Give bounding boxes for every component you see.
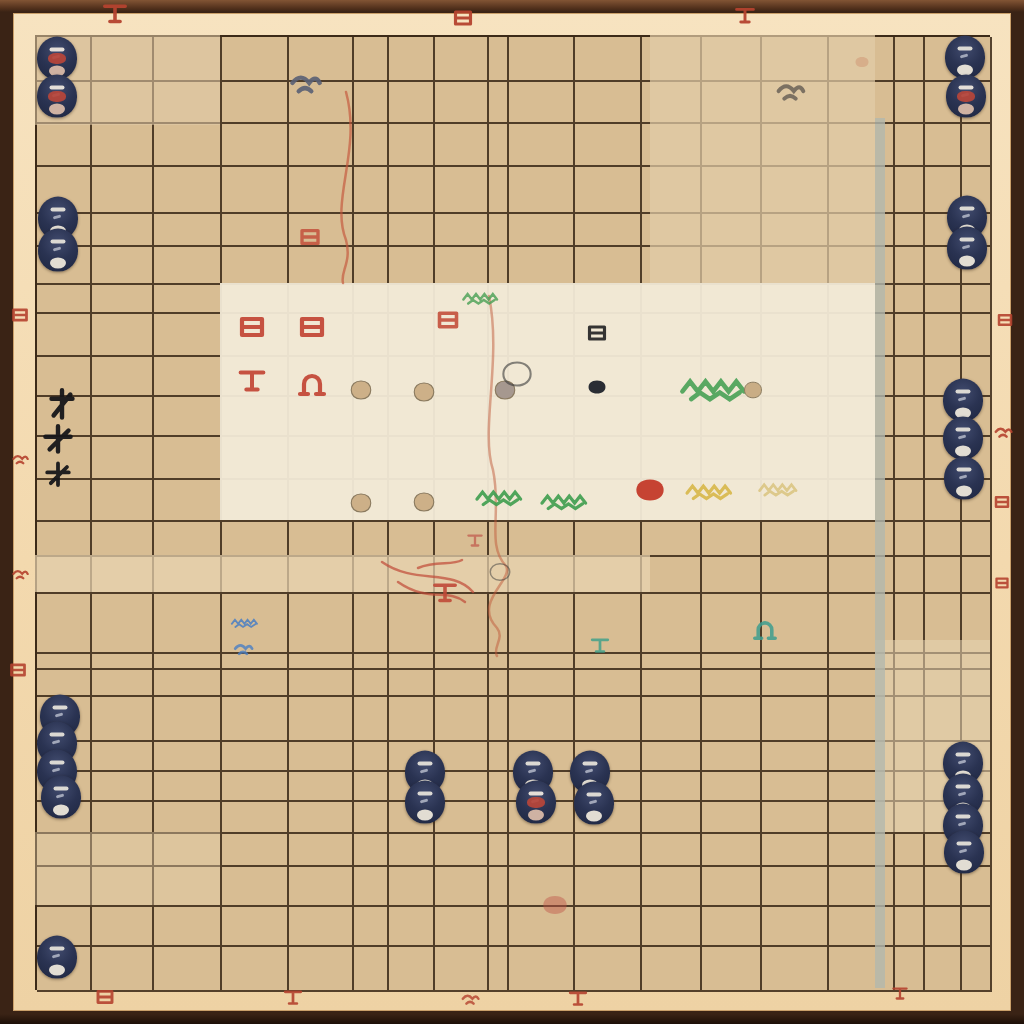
- board-cell[interactable]: [762, 357, 829, 397]
- board-cell[interactable]: [154, 314, 222, 357]
- board-cell[interactable]: [489, 654, 509, 670]
- board-cell[interactable]: [702, 437, 762, 480]
- board-cell[interactable]: [642, 867, 702, 907]
- board-cell[interactable]: [435, 907, 489, 947]
- board-cell[interactable]: [925, 670, 962, 697]
- board-cell[interactable]: [435, 594, 489, 654]
- board-cell[interactable]: [435, 214, 489, 247]
- board-cell[interactable]: [702, 654, 762, 670]
- board-cell[interactable]: [154, 742, 222, 772]
- board-cell[interactable]: [509, 557, 575, 594]
- board-cell[interactable]: [509, 247, 575, 285]
- board-cell[interactable]: [762, 82, 829, 124]
- board-cell[interactable]: [37, 557, 92, 594]
- board-cell[interactable]: [642, 214, 702, 247]
- board-cell[interactable]: [575, 214, 642, 247]
- board-cell[interactable]: [895, 867, 925, 907]
- board-cell[interactable]: [829, 214, 895, 247]
- board-cell[interactable]: [702, 907, 762, 947]
- board-cell[interactable]: [962, 670, 992, 697]
- board-cell[interactable]: [509, 867, 575, 907]
- stone[interactable]: [945, 36, 985, 79]
- board-cell[interactable]: [389, 947, 435, 992]
- board-cell[interactable]: [702, 82, 762, 124]
- board-cell[interactable]: [154, 654, 222, 670]
- board-cell[interactable]: [829, 802, 895, 834]
- board-cell[interactable]: [435, 557, 489, 594]
- board-cell[interactable]: [642, 314, 702, 357]
- board-cell[interactable]: [642, 670, 702, 697]
- board-cell[interactable]: [354, 907, 389, 947]
- board-cell[interactable]: [895, 947, 925, 992]
- board-cell[interactable]: [354, 670, 389, 697]
- board-cell[interactable]: [829, 654, 895, 670]
- board-cell[interactable]: [642, 37, 702, 82]
- board-cell[interactable]: [222, 37, 289, 82]
- board-cell[interactable]: [702, 802, 762, 834]
- stone[interactable]: [943, 417, 983, 460]
- board-cell[interactable]: [895, 742, 925, 772]
- board-cell[interactable]: [575, 167, 642, 214]
- board-cell[interactable]: [489, 285, 509, 314]
- board-cell[interactable]: [489, 124, 509, 167]
- board-cell[interactable]: [435, 82, 489, 124]
- board-cell[interactable]: [435, 437, 489, 480]
- stone[interactable]: [41, 776, 81, 819]
- board-cell[interactable]: [895, 834, 925, 867]
- board-cell[interactable]: [895, 214, 925, 247]
- board-cell[interactable]: [354, 654, 389, 670]
- board-cell[interactable]: [642, 437, 702, 480]
- board-cell[interactable]: [509, 594, 575, 654]
- board-cell[interactable]: [37, 285, 92, 314]
- board-cell[interactable]: [702, 480, 762, 522]
- board-cell[interactable]: [575, 522, 642, 557]
- board-cell[interactable]: [762, 867, 829, 907]
- board-cell[interactable]: [509, 397, 575, 437]
- board-cell[interactable]: [509, 314, 575, 357]
- board-cell[interactable]: [962, 557, 992, 594]
- board-cell[interactable]: [509, 285, 575, 314]
- board-cell[interactable]: [389, 247, 435, 285]
- board-cell[interactable]: [895, 480, 925, 522]
- board-cell[interactable]: [222, 357, 289, 397]
- board-cell[interactable]: [222, 834, 289, 867]
- board-cell[interactable]: [435, 285, 489, 314]
- board-cell[interactable]: [92, 285, 154, 314]
- stone[interactable]: [37, 75, 77, 118]
- board-cell[interactable]: [435, 397, 489, 437]
- board-cell[interactable]: [925, 867, 962, 907]
- board-cell[interactable]: [354, 522, 389, 557]
- board-cell[interactable]: [762, 397, 829, 437]
- board-cell[interactable]: [925, 314, 962, 357]
- board-cell[interactable]: [925, 594, 962, 654]
- board-cell[interactable]: [575, 82, 642, 124]
- board-cell[interactable]: [222, 670, 289, 697]
- board-cell[interactable]: [642, 654, 702, 670]
- board-cell[interactable]: [154, 867, 222, 907]
- board-cell[interactable]: [829, 594, 895, 654]
- board-cell[interactable]: [762, 437, 829, 480]
- board-cell[interactable]: [642, 480, 702, 522]
- board-cell[interactable]: [762, 480, 829, 522]
- board-cell[interactable]: [389, 285, 435, 314]
- board-cell[interactable]: [962, 522, 992, 557]
- board-cell[interactable]: [92, 670, 154, 697]
- board-cell[interactable]: [222, 654, 289, 670]
- board-cell[interactable]: [289, 947, 354, 992]
- board-cell[interactable]: [92, 654, 154, 670]
- board-cell[interactable]: [642, 124, 702, 167]
- board-cell[interactable]: [489, 697, 509, 742]
- board-cell[interactable]: [489, 947, 509, 992]
- board-cell[interactable]: [489, 214, 509, 247]
- board-cell[interactable]: [222, 772, 289, 802]
- board-cell[interactable]: [895, 437, 925, 480]
- board-cell[interactable]: [289, 285, 354, 314]
- board-cell[interactable]: [829, 124, 895, 167]
- board-cell[interactable]: [962, 124, 992, 167]
- board-cell[interactable]: [762, 834, 829, 867]
- board-cell[interactable]: [762, 557, 829, 594]
- board-cell[interactable]: [154, 594, 222, 654]
- board-cell[interactable]: [829, 697, 895, 742]
- board-cell[interactable]: [702, 397, 762, 437]
- board-cell[interactable]: [925, 654, 962, 670]
- board-cell[interactable]: [925, 124, 962, 167]
- board-cell[interactable]: [289, 867, 354, 907]
- board-cell[interactable]: [642, 594, 702, 654]
- board-cell[interactable]: [37, 594, 92, 654]
- board-cell[interactable]: [702, 167, 762, 214]
- board-cell[interactable]: [389, 82, 435, 124]
- board-cell[interactable]: [222, 82, 289, 124]
- board-cell[interactable]: [925, 947, 962, 992]
- board-cell[interactable]: [92, 124, 154, 167]
- board-cell[interactable]: [154, 670, 222, 697]
- board-cell[interactable]: [92, 742, 154, 772]
- board-cell[interactable]: [154, 247, 222, 285]
- board-cell[interactable]: [829, 522, 895, 557]
- board-cell[interactable]: [962, 907, 992, 947]
- board-cell[interactable]: [642, 947, 702, 992]
- board-cell[interactable]: [509, 480, 575, 522]
- stone[interactable]: [516, 781, 556, 824]
- board-cell[interactable]: [289, 697, 354, 742]
- board-cell[interactable]: [389, 594, 435, 654]
- board-cell[interactable]: [895, 670, 925, 697]
- board-cell[interactable]: [762, 314, 829, 357]
- board-cell[interactable]: [37, 522, 92, 557]
- board-cell[interactable]: [702, 37, 762, 82]
- board-cell[interactable]: [829, 670, 895, 697]
- board-cell[interactable]: [92, 867, 154, 907]
- board-cell[interactable]: [154, 285, 222, 314]
- board-cell[interactable]: [389, 437, 435, 480]
- board-cell[interactable]: [489, 522, 509, 557]
- board-cell[interactable]: [154, 522, 222, 557]
- board-cell[interactable]: [222, 214, 289, 247]
- board-cell[interactable]: [762, 37, 829, 82]
- board-cell[interactable]: [289, 772, 354, 802]
- board-cell[interactable]: [642, 697, 702, 742]
- board-cell[interactable]: [829, 772, 895, 802]
- board-cell[interactable]: [389, 697, 435, 742]
- board-cell[interactable]: [489, 670, 509, 697]
- board-cell[interactable]: [575, 670, 642, 697]
- board-cell[interactable]: [895, 124, 925, 167]
- board-cell[interactable]: [642, 834, 702, 867]
- board-cell[interactable]: [222, 522, 289, 557]
- board-cell[interactable]: [762, 697, 829, 742]
- board-cell[interactable]: [575, 834, 642, 867]
- board-cell[interactable]: [642, 285, 702, 314]
- board-cell[interactable]: [702, 867, 762, 907]
- board-cell[interactable]: [389, 37, 435, 82]
- board-cell[interactable]: [354, 802, 389, 834]
- board-cell[interactable]: [289, 437, 354, 480]
- board-cell[interactable]: [762, 522, 829, 557]
- board-cell[interactable]: [354, 285, 389, 314]
- board-cell[interactable]: [642, 397, 702, 437]
- board-cell[interactable]: [575, 947, 642, 992]
- board-cell[interactable]: [702, 247, 762, 285]
- board-cell[interactable]: [389, 654, 435, 670]
- board-cell[interactable]: [962, 697, 992, 742]
- board-cell[interactable]: [895, 357, 925, 397]
- board-cell[interactable]: [702, 314, 762, 357]
- board-cell[interactable]: [962, 285, 992, 314]
- board-cell[interactable]: [154, 557, 222, 594]
- board-cell[interactable]: [37, 670, 92, 697]
- board-cell[interactable]: [154, 124, 222, 167]
- board-cell[interactable]: [575, 314, 642, 357]
- board-cell[interactable]: [895, 802, 925, 834]
- board-cell[interactable]: [289, 124, 354, 167]
- board-cell[interactable]: [154, 397, 222, 437]
- board-cell[interactable]: [354, 834, 389, 867]
- board-cell[interactable]: [222, 480, 289, 522]
- board-cell[interactable]: [642, 522, 702, 557]
- stone[interactable]: [38, 229, 78, 272]
- board-cell[interactable]: [389, 480, 435, 522]
- board-cell[interactable]: [509, 522, 575, 557]
- board-cell[interactable]: [37, 480, 92, 522]
- board-cell[interactable]: [435, 522, 489, 557]
- board-cell[interactable]: [37, 314, 92, 357]
- board-cell[interactable]: [289, 314, 354, 357]
- board-cell[interactable]: [702, 742, 762, 772]
- board-cell[interactable]: [509, 437, 575, 480]
- board-cell[interactable]: [354, 124, 389, 167]
- board-cell[interactable]: [489, 167, 509, 214]
- board-cell[interactable]: [829, 82, 895, 124]
- board-cell[interactable]: [895, 557, 925, 594]
- board-cell[interactable]: [354, 697, 389, 742]
- board-cell[interactable]: [222, 742, 289, 772]
- board-cell[interactable]: [829, 437, 895, 480]
- board-cell[interactable]: [389, 124, 435, 167]
- board-cell[interactable]: [575, 557, 642, 594]
- board-cell[interactable]: [354, 480, 389, 522]
- board-cell[interactable]: [435, 670, 489, 697]
- board-cell[interactable]: [389, 357, 435, 397]
- board-cell[interactable]: [895, 37, 925, 82]
- board-cell[interactable]: [154, 947, 222, 992]
- board-cell[interactable]: [829, 742, 895, 772]
- board-cell[interactable]: [962, 947, 992, 992]
- stone[interactable]: [405, 781, 445, 824]
- board-cell[interactable]: [925, 697, 962, 742]
- board-cell[interactable]: [92, 594, 154, 654]
- board-cell[interactable]: [925, 907, 962, 947]
- stone[interactable]: [37, 936, 77, 979]
- board-cell[interactable]: [37, 124, 92, 167]
- board-cell[interactable]: [289, 397, 354, 437]
- board-cell[interactable]: [895, 82, 925, 124]
- board-cell[interactable]: [289, 167, 354, 214]
- board-cell[interactable]: [154, 697, 222, 742]
- board-cell[interactable]: [222, 285, 289, 314]
- board-cell[interactable]: [575, 654, 642, 670]
- board-cell[interactable]: [154, 357, 222, 397]
- board-cell[interactable]: [37, 437, 92, 480]
- board-cell[interactable]: [829, 907, 895, 947]
- board-cell[interactable]: [222, 437, 289, 480]
- board-cell[interactable]: [354, 214, 389, 247]
- board-cell[interactable]: [702, 697, 762, 742]
- board-cell[interactable]: [92, 480, 154, 522]
- board-cell[interactable]: [509, 124, 575, 167]
- board-cell[interactable]: [222, 557, 289, 594]
- board-cell[interactable]: [642, 247, 702, 285]
- board-cell[interactable]: [702, 594, 762, 654]
- board-cell[interactable]: [489, 834, 509, 867]
- board-cell[interactable]: [509, 697, 575, 742]
- board-cell[interactable]: [489, 594, 509, 654]
- board-cell[interactable]: [154, 82, 222, 124]
- board-cell[interactable]: [489, 247, 509, 285]
- board-cell[interactable]: [289, 654, 354, 670]
- board-cell[interactable]: [92, 247, 154, 285]
- board-cell[interactable]: [37, 357, 92, 397]
- board-cell[interactable]: [222, 947, 289, 992]
- board-cell[interactable]: [289, 214, 354, 247]
- board-cell[interactable]: [389, 167, 435, 214]
- board-cell[interactable]: [435, 247, 489, 285]
- board-cell[interactable]: [154, 437, 222, 480]
- board-cell[interactable]: [895, 654, 925, 670]
- board-cell[interactable]: [92, 214, 154, 247]
- board-cell[interactable]: [289, 834, 354, 867]
- stone[interactable]: [37, 37, 77, 80]
- stone[interactable]: [944, 457, 984, 500]
- board-cell[interactable]: [895, 772, 925, 802]
- board-cell[interactable]: [762, 907, 829, 947]
- board-cell[interactable]: [92, 772, 154, 802]
- board-cell[interactable]: [37, 834, 92, 867]
- board-cell[interactable]: [489, 82, 509, 124]
- stone[interactable]: [946, 75, 986, 118]
- board-cell[interactable]: [222, 247, 289, 285]
- board-cell[interactable]: [389, 670, 435, 697]
- stone[interactable]: [574, 782, 614, 825]
- board-cell[interactable]: [702, 834, 762, 867]
- board-cell[interactable]: [289, 37, 354, 82]
- board-cell[interactable]: [389, 522, 435, 557]
- board-cell[interactable]: [435, 947, 489, 992]
- board-cell[interactable]: [895, 167, 925, 214]
- board-cell[interactable]: [895, 314, 925, 357]
- board-cell[interactable]: [895, 397, 925, 437]
- board-cell[interactable]: [389, 834, 435, 867]
- stone[interactable]: [944, 831, 984, 874]
- board-cell[interactable]: [154, 834, 222, 867]
- board-cell[interactable]: [509, 357, 575, 397]
- board-cell[interactable]: [702, 124, 762, 167]
- board-cell[interactable]: [829, 834, 895, 867]
- board-cell[interactable]: [509, 37, 575, 82]
- board-cell[interactable]: [92, 557, 154, 594]
- board-cell[interactable]: [222, 802, 289, 834]
- board-cell[interactable]: [642, 742, 702, 772]
- board-cell[interactable]: [222, 867, 289, 907]
- board-cell[interactable]: [489, 314, 509, 357]
- board-cell[interactable]: [222, 397, 289, 437]
- board-cell[interactable]: [829, 314, 895, 357]
- board-cell[interactable]: [762, 285, 829, 314]
- board-cell[interactable]: [92, 37, 154, 82]
- board-cell[interactable]: [575, 867, 642, 907]
- board-cell[interactable]: [389, 557, 435, 594]
- board-cell[interactable]: [762, 742, 829, 772]
- board-cell[interactable]: [762, 947, 829, 992]
- board-cell[interactable]: [92, 167, 154, 214]
- board-cell[interactable]: [962, 654, 992, 670]
- board-cell[interactable]: [642, 82, 702, 124]
- board-cell[interactable]: [509, 214, 575, 247]
- board-cell[interactable]: [289, 594, 354, 654]
- board-cell[interactable]: [222, 697, 289, 742]
- board-cell[interactable]: [354, 357, 389, 397]
- board-cell[interactable]: [489, 357, 509, 397]
- board-cell[interactable]: [92, 697, 154, 742]
- board-cell[interactable]: [762, 670, 829, 697]
- board-cell[interactable]: [762, 247, 829, 285]
- board-cell[interactable]: [435, 480, 489, 522]
- board-cell[interactable]: [222, 907, 289, 947]
- board-cell[interactable]: [435, 697, 489, 742]
- board-cell[interactable]: [435, 867, 489, 907]
- board-cell[interactable]: [354, 867, 389, 907]
- board-cell[interactable]: [575, 697, 642, 742]
- board-cell[interactable]: [489, 437, 509, 480]
- board-cell[interactable]: [154, 802, 222, 834]
- board-cell[interactable]: [37, 867, 92, 907]
- board-cell[interactable]: [435, 124, 489, 167]
- board-cell[interactable]: [762, 594, 829, 654]
- board-cell[interactable]: [354, 82, 389, 124]
- board-cell[interactable]: [354, 37, 389, 82]
- board-cell[interactable]: [92, 82, 154, 124]
- board-cell[interactable]: [509, 654, 575, 670]
- board-cell[interactable]: [37, 397, 92, 437]
- board-cell[interactable]: [92, 357, 154, 397]
- board-cell[interactable]: [289, 802, 354, 834]
- board-cell[interactable]: [154, 772, 222, 802]
- board-cell[interactable]: [962, 314, 992, 357]
